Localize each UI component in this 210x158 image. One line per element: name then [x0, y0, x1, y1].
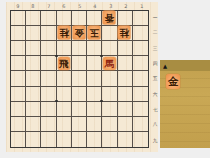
square-9八 — [11, 117, 26, 132]
square-3五 — [102, 71, 117, 86]
piece-2二: 桂 — [118, 26, 131, 40]
square-9九 — [11, 132, 26, 147]
square-6二: 桂 — [57, 26, 72, 41]
square-1八 — [133, 117, 148, 132]
rank-label-六: 六 — [151, 88, 157, 100]
square-1五 — [133, 71, 148, 86]
file-label-8: 8 — [27, 3, 40, 10]
square-5二: 金 — [72, 26, 87, 41]
square-5八 — [72, 117, 87, 132]
square-1二 — [133, 26, 148, 41]
square-3三 — [102, 41, 117, 56]
sente-marker-icon: ▲ — [160, 63, 167, 68]
square-4七 — [87, 102, 102, 117]
square-8六 — [26, 87, 41, 102]
piece-6二: 桂 — [58, 26, 71, 40]
square-7三 — [41, 41, 56, 56]
square-7八 — [41, 117, 56, 132]
square-1六 — [133, 87, 148, 102]
square-6五 — [57, 71, 72, 86]
square-3一: 香 — [102, 11, 117, 26]
square-2八 — [118, 117, 133, 132]
file-label-5: 5 — [73, 3, 86, 10]
square-8九 — [26, 132, 41, 147]
square-3九 — [102, 132, 117, 147]
square-9一 — [11, 11, 26, 26]
square-5一 — [72, 11, 87, 26]
piece-4二: 玉 — [88, 26, 101, 40]
square-8五 — [26, 71, 41, 86]
square-3四: 馬 — [102, 56, 117, 71]
star-point — [55, 55, 58, 58]
square-1四 — [133, 56, 148, 71]
square-9五 — [11, 71, 26, 86]
board-grid: 香桂金玉桂飛馬 — [11, 11, 148, 147]
square-9三 — [11, 41, 26, 56]
square-7一 — [41, 11, 56, 26]
square-3七 — [102, 102, 117, 117]
star-point — [55, 100, 58, 103]
square-2七 — [118, 102, 133, 117]
square-8二 — [26, 26, 41, 41]
square-6四: 飛 — [57, 56, 72, 71]
square-6九 — [57, 132, 72, 147]
square-6三 — [57, 41, 72, 56]
square-4九 — [87, 132, 102, 147]
square-4一 — [87, 11, 102, 26]
file-label-9: 9 — [11, 3, 24, 10]
rank-labels: 一二三四五六七八九 — [151, 10, 159, 148]
hand-piece-gold: 金 — [166, 74, 180, 89]
piece-3一: 香 — [103, 11, 116, 25]
square-5四 — [72, 56, 87, 71]
rank-label-五: 五 — [151, 73, 157, 85]
square-9六 — [11, 87, 26, 102]
square-8一 — [26, 11, 41, 26]
rank-label-八: 八 — [151, 119, 157, 131]
square-2一 — [118, 11, 133, 26]
square-2九 — [118, 132, 133, 147]
square-9四 — [11, 56, 26, 71]
file-label-6: 6 — [58, 3, 71, 10]
square-3二 — [102, 26, 117, 41]
square-2四 — [118, 56, 133, 71]
square-2三 — [118, 41, 133, 56]
square-8七 — [26, 102, 41, 117]
square-1一 — [133, 11, 148, 26]
square-3六 — [102, 87, 117, 102]
square-4二: 玉 — [87, 26, 102, 41]
rank-label-二: 二 — [151, 27, 157, 39]
square-6一 — [57, 11, 72, 26]
square-4四 — [87, 56, 102, 71]
file-labels: 987654321 — [10, 2, 149, 10]
square-7二 — [41, 26, 56, 41]
square-4八 — [87, 117, 102, 132]
rank-label-七: 七 — [151, 104, 157, 116]
rank-label-四: 四 — [151, 58, 157, 70]
square-7四 — [41, 56, 56, 71]
file-label-3: 3 — [104, 3, 117, 10]
rank-label-九: 九 — [151, 134, 157, 146]
rank-label-一: 一 — [151, 12, 157, 24]
square-5七 — [72, 102, 87, 117]
square-3八 — [102, 117, 117, 132]
square-4五 — [87, 71, 102, 86]
square-6六 — [57, 87, 72, 102]
square-9七 — [11, 102, 26, 117]
square-2五 — [118, 71, 133, 86]
square-8三 — [26, 41, 41, 56]
rank-label-三: 三 — [151, 42, 157, 54]
square-7九 — [41, 132, 56, 147]
square-6七 — [57, 102, 72, 117]
file-label-7: 7 — [42, 3, 55, 10]
komadai-header: ▲ — [160, 60, 210, 71]
piece-5二: 金 — [73, 26, 86, 40]
square-5三 — [72, 41, 87, 56]
file-label-1: 1 — [135, 3, 148, 10]
square-1九 — [133, 132, 148, 147]
square-2六 — [118, 87, 133, 102]
square-1七 — [133, 102, 148, 117]
board-frame: 香桂金玉桂飛馬 — [10, 10, 149, 148]
file-label-4: 4 — [89, 3, 102, 10]
shogi-board-diagram: 987654321 一二三四五六七八九 香桂金玉桂飛馬 — [6, 2, 158, 152]
file-label-2: 2 — [119, 3, 132, 10]
square-5五 — [72, 71, 87, 86]
square-8四 — [26, 56, 41, 71]
piece-6四: 飛 — [58, 57, 71, 71]
square-2二: 桂 — [118, 26, 133, 41]
square-6八 — [57, 117, 72, 132]
square-7五 — [41, 71, 56, 86]
square-8八 — [26, 117, 41, 132]
komadai: ▲ 金 — [160, 60, 210, 148]
square-1三 — [133, 41, 148, 56]
square-5六 — [72, 87, 87, 102]
square-7七 — [41, 102, 56, 117]
square-5九 — [72, 132, 87, 147]
piece-3四: 馬 — [103, 57, 116, 71]
square-9二 — [11, 26, 26, 41]
